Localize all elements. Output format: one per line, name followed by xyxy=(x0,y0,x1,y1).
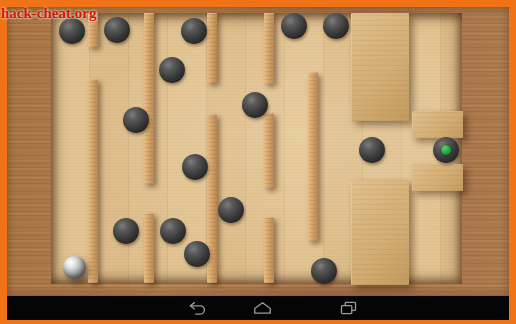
maze-wall-d2 xyxy=(264,113,274,188)
marble-ball xyxy=(63,256,86,279)
hole-14 xyxy=(184,241,210,267)
hole-13 xyxy=(160,218,186,244)
maze-wall-c1 xyxy=(207,13,217,83)
maze-wall-d3 xyxy=(264,217,274,283)
hole-3 xyxy=(181,18,207,44)
screen: hack-cheat.org xyxy=(0,0,516,324)
block-goal-pocket-lower xyxy=(412,164,463,191)
maze-wall-d1 xyxy=(264,13,274,84)
goal-green-dot xyxy=(441,145,451,155)
hole-12 xyxy=(113,218,139,244)
home-button[interactable] xyxy=(249,296,275,320)
maze-wall-b1 xyxy=(144,13,154,184)
hole-6 xyxy=(159,57,185,83)
hole-5 xyxy=(323,13,349,39)
block-block-top-right xyxy=(351,13,409,121)
android-navbar xyxy=(7,296,509,320)
maze-wall-a2 xyxy=(88,79,98,283)
hole-4 xyxy=(281,13,307,39)
block-block-bottom-right xyxy=(351,180,409,285)
watermark-text: hack-cheat.org xyxy=(1,5,96,22)
hole-11 xyxy=(218,197,244,223)
maze-wall-b2 xyxy=(144,213,154,283)
board[interactable] xyxy=(51,13,462,284)
hole-7 xyxy=(242,92,268,118)
block-goal-pocket-upper xyxy=(412,111,463,138)
recents-button[interactable] xyxy=(336,296,362,320)
hole-15 xyxy=(311,258,337,284)
hole-2 xyxy=(104,17,130,43)
back-button[interactable] xyxy=(185,296,211,320)
maze-wall-e xyxy=(308,72,318,241)
hole-8 xyxy=(123,107,149,133)
hole-10 xyxy=(182,154,208,180)
hole-9 xyxy=(359,137,385,163)
goal-hole xyxy=(433,137,459,163)
